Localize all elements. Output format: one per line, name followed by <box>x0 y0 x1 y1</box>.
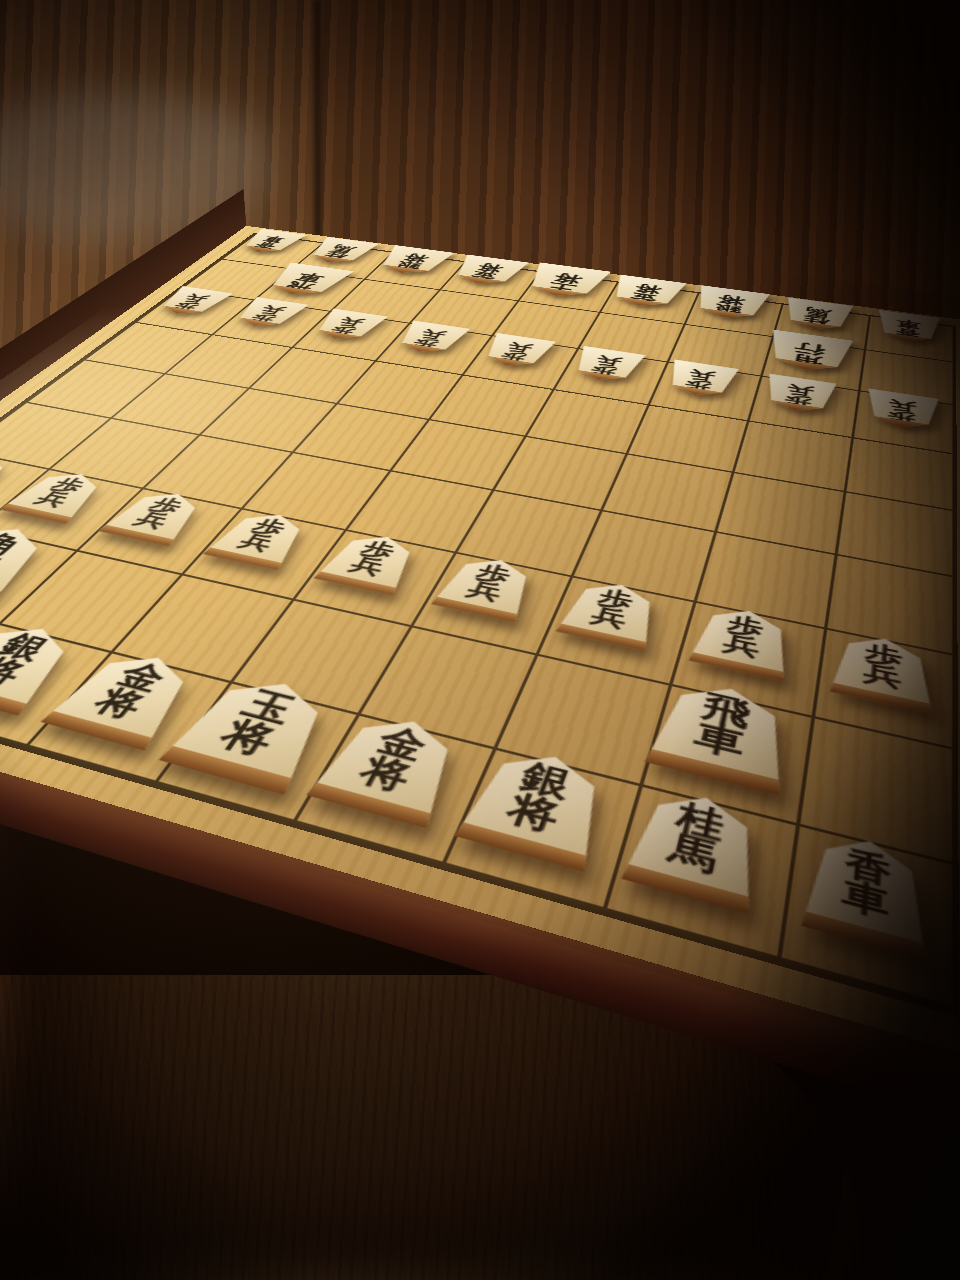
piece-kanji: 香車 <box>238 232 300 254</box>
piece-kanji: 桂馬 <box>785 302 849 332</box>
piece-sente-pawn-1g[interactable]: 歩兵 <box>830 629 934 714</box>
square-2i[interactable]: 桂馬 <box>593 785 785 957</box>
piece-sente-pawn-4g[interactable]: 歩兵 <box>431 552 542 623</box>
square-3d[interactable] <box>619 407 740 474</box>
piece-kanji: 歩兵 <box>697 605 790 670</box>
piece-kanji: 角行 <box>768 335 847 374</box>
piece-gote-lance-9a[interactable]: 香車 <box>234 229 306 255</box>
piece-tile: 香車 <box>234 229 306 255</box>
piece-tile: 金将 <box>445 254 529 287</box>
piece-kanji: 歩兵 <box>311 313 381 342</box>
piece-tile: 歩兵 <box>98 487 213 547</box>
piece-tile: 金将 <box>604 274 686 310</box>
piece-gote-king-5a[interactable]: 王将 <box>518 262 611 301</box>
piece-kanji: 歩兵 <box>565 579 659 641</box>
piece-tile: 歩兵 <box>760 374 836 417</box>
piece-kanji: 歩兵 <box>481 338 550 369</box>
shogi-photo-scene: 香車桂馬銀将金将王将金将銀将桂馬香車飛車角行歩兵歩兵歩兵歩兵歩兵歩兵歩兵歩兵歩兵… <box>0 0 960 1280</box>
piece-kanji: 歩兵 <box>324 531 420 586</box>
piece-kanji: 香車 <box>879 314 936 344</box>
piece-tile: 歩兵 <box>151 286 234 318</box>
piece-sente-pawn-2g[interactable]: 歩兵 <box>688 602 795 682</box>
board-3d-wrapper: 香車桂馬銀将金将王将金将銀将桂馬香車飛車角行歩兵歩兵歩兵歩兵歩兵歩兵歩兵歩兵歩兵… <box>40 110 805 920</box>
piece-tile: 歩兵 <box>830 629 934 714</box>
piece-tile: 王将 <box>518 262 611 301</box>
piece-kanji: 歩兵 <box>765 379 832 415</box>
piece-sente-pawn-7g[interactable]: 歩兵 <box>98 487 213 547</box>
piece-kanji: 歩兵 <box>869 394 935 431</box>
piece-kanji: 歩兵 <box>441 554 536 612</box>
piece-kanji: 王将 <box>524 267 605 299</box>
square-1e[interactable] <box>826 493 952 579</box>
piece-gote-silver-3a[interactable]: 銀将 <box>689 285 770 322</box>
square-2d[interactable] <box>725 423 844 494</box>
piece-kanji: 桂馬 <box>633 787 759 894</box>
piece-gote-pawn-2c[interactable]: 歩兵 <box>760 374 836 417</box>
piece-kanji: 金将 <box>609 279 680 309</box>
piece-gote-pawn-9c[interactable]: 歩兵 <box>151 286 234 318</box>
piece-gote-silver-7a[interactable]: 銀将 <box>370 245 454 277</box>
piece-kanji: 歩兵 <box>571 351 639 383</box>
piece-kanji: 角行 <box>0 522 54 589</box>
piece-gote-gold-6a[interactable]: 金将 <box>445 254 529 287</box>
piece-gote-lance-1a[interactable]: 香車 <box>876 310 940 346</box>
board-grid: 香車桂馬銀将金将王将金将銀将桂馬香車飛車角行歩兵歩兵歩兵歩兵歩兵歩兵歩兵歩兵歩兵… <box>0 233 959 1017</box>
piece-kanji: 歩兵 <box>666 364 734 398</box>
piece-tile: 歩兵 <box>688 602 795 682</box>
piece-tile: 香車 <box>876 310 940 346</box>
piece-gote-gold-4a[interactable]: 金将 <box>604 274 686 310</box>
maker-mark <box>186 762 235 774</box>
square-1c[interactable]: 歩兵 <box>844 392 953 456</box>
piece-kanji: 歩兵 <box>214 510 311 562</box>
piece-kanji: 歩兵 <box>394 325 464 355</box>
piece-kanji: 銀将 <box>694 290 765 321</box>
piece-kanji: 金将 <box>450 258 522 286</box>
square-1i[interactable]: 香車 <box>765 824 952 1010</box>
piece-tile: 歩兵 <box>431 552 542 623</box>
piece-tile: 銀将 <box>689 285 770 322</box>
piece-kanji: 銀将 <box>375 249 448 276</box>
square-3c[interactable]: 歩兵 <box>641 364 753 423</box>
piece-tile: 銀将 <box>370 245 454 277</box>
square-3e[interactable] <box>593 455 724 533</box>
piece-kanji: 歩兵 <box>110 489 207 538</box>
square-2c[interactable]: 歩兵 <box>740 378 851 439</box>
piece-kanji: 歩兵 <box>155 290 226 316</box>
